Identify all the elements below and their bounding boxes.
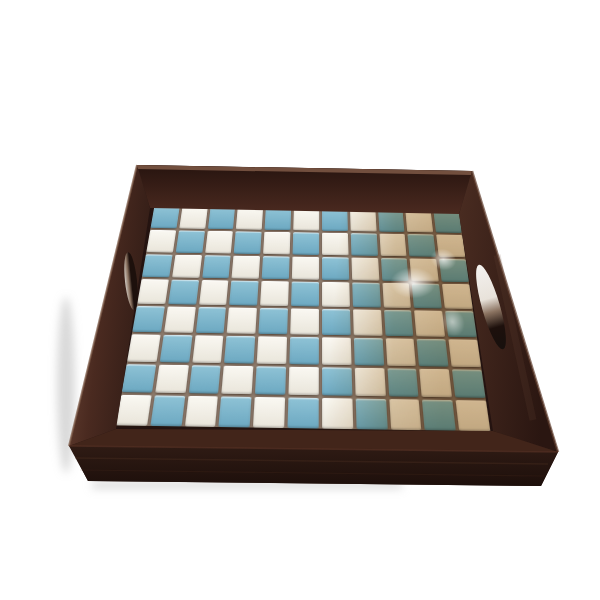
- cast-shadow-overlay: [115, 207, 490, 431]
- front-face: [69, 446, 558, 486]
- front-face-grain: [80, 470, 544, 476]
- tray-photo-scene: [0, 0, 600, 600]
- checkerboard-grid: [115, 207, 490, 431]
- board-perspective-wrapper: [134, 163, 474, 451]
- right-wall-sheen: [497, 255, 533, 420]
- front-face-grain: [75, 458, 548, 464]
